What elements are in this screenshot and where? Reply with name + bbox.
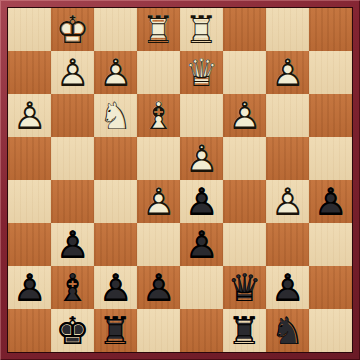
- square-d2[interactable]: ♟♙: [137, 266, 180, 309]
- square-b6[interactable]: [51, 94, 94, 137]
- piece-outline-glyph: ♕: [180, 51, 223, 94]
- square-a4[interactable]: [8, 180, 51, 223]
- piece-outline-glyph: ♗: [51, 266, 94, 309]
- piece-outline-glyph: ♔: [51, 8, 94, 51]
- square-e6[interactable]: [180, 94, 223, 137]
- square-f3[interactable]: [223, 223, 266, 266]
- square-g8[interactable]: [266, 8, 309, 51]
- square-a7[interactable]: [8, 51, 51, 94]
- white-pawn-a6[interactable]: ♟♙: [8, 94, 51, 137]
- black-pawn-e4[interactable]: ♟♙: [180, 180, 223, 223]
- square-d4[interactable]: ♟♙: [137, 180, 180, 223]
- white-pawn-g4[interactable]: ♟♙: [266, 180, 309, 223]
- square-e7[interactable]: ♛♕: [180, 51, 223, 94]
- piece-outline-glyph: ♖: [180, 8, 223, 51]
- white-pawn-d4[interactable]: ♟♙: [137, 180, 180, 223]
- square-g2[interactable]: ♟♙: [266, 266, 309, 309]
- square-b5[interactable]: [51, 137, 94, 180]
- square-e2[interactable]: [180, 266, 223, 309]
- piece-outline-glyph: ♙: [180, 223, 223, 266]
- white-bishop-d6[interactable]: ♝♗: [137, 94, 180, 137]
- square-h7[interactable]: [309, 51, 352, 94]
- piece-outline-glyph: ♙: [8, 266, 51, 309]
- black-pawn-c2[interactable]: ♟♙: [94, 266, 137, 309]
- square-d8[interactable]: ♜♖: [137, 8, 180, 51]
- square-b3[interactable]: ♟♙: [51, 223, 94, 266]
- piece-outline-glyph: ♙: [266, 51, 309, 94]
- piece-outline-glyph: ♔: [51, 309, 94, 352]
- square-a3[interactable]: [8, 223, 51, 266]
- black-pawn-e3[interactable]: ♟♙: [180, 223, 223, 266]
- white-pawn-g7[interactable]: ♟♙: [266, 51, 309, 94]
- white-king-b8[interactable]: ♚♔: [51, 8, 94, 51]
- square-e3[interactable]: ♟♙: [180, 223, 223, 266]
- square-a2[interactable]: ♟♙: [8, 266, 51, 309]
- piece-outline-glyph: ♙: [94, 266, 137, 309]
- piece-outline-glyph: ♙: [137, 180, 180, 223]
- square-d6[interactable]: ♝♗: [137, 94, 180, 137]
- piece-outline-glyph: ♖: [223, 309, 266, 352]
- piece-outline-glyph: ♙: [266, 180, 309, 223]
- square-f8[interactable]: [223, 8, 266, 51]
- square-f6[interactable]: ♟♙: [223, 94, 266, 137]
- piece-outline-glyph: ♕: [223, 266, 266, 309]
- square-b2[interactable]: ♝♗: [51, 266, 94, 309]
- piece-outline-glyph: ♖: [94, 309, 137, 352]
- square-c1[interactable]: ♜♖: [94, 309, 137, 352]
- piece-outline-glyph: ♙: [51, 223, 94, 266]
- square-h4[interactable]: ♟♙: [309, 180, 352, 223]
- square-h3[interactable]: [309, 223, 352, 266]
- square-c7[interactable]: ♟♙: [94, 51, 137, 94]
- square-d7[interactable]: [137, 51, 180, 94]
- square-h1[interactable]: [309, 309, 352, 352]
- square-a8[interactable]: [8, 8, 51, 51]
- piece-outline-glyph: ♙: [180, 180, 223, 223]
- square-h6[interactable]: [309, 94, 352, 137]
- black-king-b1[interactable]: ♚♔: [51, 309, 94, 352]
- board-frame: ♚♔♜♖♜♖♟♙♟♙♛♕♟♙♟♙♞♘♝♗♟♙♟♙♟♙♟♙♟♙♟♙♟♙♟♙♟♙♝♗…: [0, 0, 360, 360]
- square-g5[interactable]: [266, 137, 309, 180]
- square-c2[interactable]: ♟♙: [94, 266, 137, 309]
- square-a1[interactable]: [8, 309, 51, 352]
- square-h8[interactable]: [309, 8, 352, 51]
- square-d5[interactable]: [137, 137, 180, 180]
- square-g4[interactable]: ♟♙: [266, 180, 309, 223]
- square-f2[interactable]: ♛♕: [223, 266, 266, 309]
- piece-outline-glyph: ♙: [137, 266, 180, 309]
- piece-outline-glyph: ♗: [137, 94, 180, 137]
- square-a5[interactable]: [8, 137, 51, 180]
- square-f5[interactable]: [223, 137, 266, 180]
- square-e5[interactable]: ♟♙: [180, 137, 223, 180]
- square-f1[interactable]: ♜♖: [223, 309, 266, 352]
- piece-outline-glyph: ♙: [180, 137, 223, 180]
- square-g6[interactable]: [266, 94, 309, 137]
- square-d3[interactable]: [137, 223, 180, 266]
- square-b7[interactable]: ♟♙: [51, 51, 94, 94]
- square-c5[interactable]: [94, 137, 137, 180]
- square-e4[interactable]: ♟♙: [180, 180, 223, 223]
- square-c8[interactable]: [94, 8, 137, 51]
- square-c4[interactable]: [94, 180, 137, 223]
- square-f4[interactable]: [223, 180, 266, 223]
- white-queen-e7[interactable]: ♛♕: [180, 51, 223, 94]
- black-rook-c1[interactable]: ♜♖: [94, 309, 137, 352]
- piece-outline-glyph: ♙: [223, 94, 266, 137]
- black-knight-g1[interactable]: ♞♘: [266, 309, 309, 352]
- square-h5[interactable]: [309, 137, 352, 180]
- white-pawn-e5[interactable]: ♟♙: [180, 137, 223, 180]
- square-b4[interactable]: [51, 180, 94, 223]
- square-e8[interactable]: ♜♖: [180, 8, 223, 51]
- black-bishop-b2[interactable]: ♝♗: [51, 266, 94, 309]
- black-pawn-b3[interactable]: ♟♙: [51, 223, 94, 266]
- white-rook-e8[interactable]: ♜♖: [180, 8, 223, 51]
- black-pawn-h4[interactable]: ♟♙: [309, 180, 352, 223]
- black-pawn-a2[interactable]: ♟♙: [8, 266, 51, 309]
- square-e1[interactable]: [180, 309, 223, 352]
- white-pawn-b7[interactable]: ♟♙: [51, 51, 94, 94]
- black-queen-f2[interactable]: ♛♕: [223, 266, 266, 309]
- square-g1[interactable]: ♞♘: [266, 309, 309, 352]
- piece-outline-glyph: ♙: [309, 180, 352, 223]
- square-f7[interactable]: [223, 51, 266, 94]
- black-pawn-g2[interactable]: ♟♙: [266, 266, 309, 309]
- piece-outline-glyph: ♙: [8, 94, 51, 137]
- black-rook-f1[interactable]: ♜♖: [223, 309, 266, 352]
- white-knight-c6[interactable]: ♞♘: [94, 94, 137, 137]
- square-g7[interactable]: ♟♙: [266, 51, 309, 94]
- square-g3[interactable]: [266, 223, 309, 266]
- square-b1[interactable]: ♚♔: [51, 309, 94, 352]
- chess-board[interactable]: ♚♔♜♖♜♖♟♙♟♙♛♕♟♙♟♙♞♘♝♗♟♙♟♙♟♙♟♙♟♙♟♙♟♙♟♙♟♙♝♗…: [7, 7, 353, 353]
- piece-outline-glyph: ♘: [266, 309, 309, 352]
- square-b8[interactable]: ♚♔: [51, 8, 94, 51]
- piece-outline-glyph: ♙: [266, 266, 309, 309]
- piece-outline-glyph: ♙: [94, 51, 137, 94]
- white-pawn-c7[interactable]: ♟♙: [94, 51, 137, 94]
- white-rook-d8[interactable]: ♜♖: [137, 8, 180, 51]
- black-pawn-d2[interactable]: ♟♙: [137, 266, 180, 309]
- square-a6[interactable]: ♟♙: [8, 94, 51, 137]
- square-c6[interactable]: ♞♘: [94, 94, 137, 137]
- square-h2[interactable]: [309, 266, 352, 309]
- square-c3[interactable]: [94, 223, 137, 266]
- piece-outline-glyph: ♖: [137, 8, 180, 51]
- piece-outline-glyph: ♙: [51, 51, 94, 94]
- piece-outline-glyph: ♘: [94, 94, 137, 137]
- white-pawn-f6[interactable]: ♟♙: [223, 94, 266, 137]
- square-d1[interactable]: [137, 309, 180, 352]
